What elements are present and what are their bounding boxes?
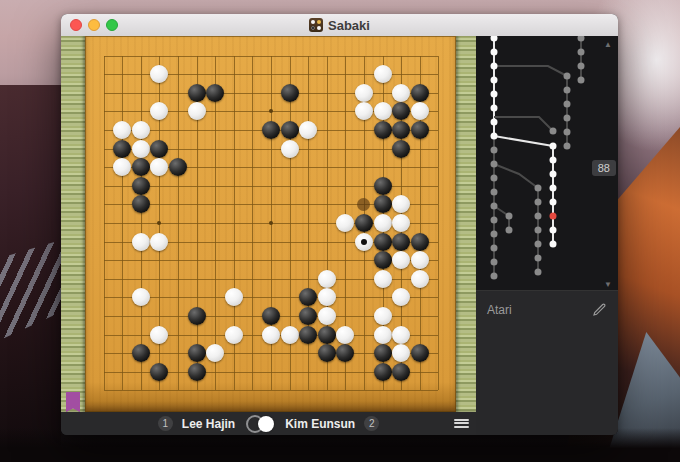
black-stone[interactable] bbox=[299, 288, 317, 306]
black-stone[interactable] bbox=[374, 363, 392, 381]
grid-line bbox=[438, 56, 439, 391]
tree-node[interactable] bbox=[535, 185, 542, 192]
white-stone[interactable] bbox=[188, 102, 206, 120]
black-stone[interactable] bbox=[132, 177, 150, 195]
tree-node[interactable] bbox=[578, 36, 585, 42]
white-stone[interactable] bbox=[132, 140, 150, 158]
tree-node[interactable] bbox=[491, 245, 498, 252]
white-stone[interactable] bbox=[392, 251, 410, 269]
black-stone[interactable] bbox=[355, 214, 373, 232]
white-captures-badge: 2 bbox=[364, 416, 379, 431]
black-stone[interactable] bbox=[113, 140, 131, 158]
black-stone[interactable] bbox=[374, 233, 392, 251]
white-stone[interactable] bbox=[392, 326, 410, 344]
black-stone[interactable] bbox=[281, 84, 299, 102]
white-stone[interactable] bbox=[318, 270, 336, 288]
white-stone[interactable] bbox=[132, 233, 150, 251]
black-stone[interactable] bbox=[281, 121, 299, 139]
zoom-button[interactable] bbox=[106, 19, 118, 31]
black-stone[interactable] bbox=[392, 140, 410, 158]
tree-node[interactable] bbox=[491, 161, 498, 168]
titlebar[interactable]: Sabaki bbox=[61, 14, 618, 37]
white-stone[interactable] bbox=[392, 84, 410, 102]
tree-edge bbox=[494, 117, 553, 131]
white-stone[interactable] bbox=[336, 214, 354, 232]
black-stone[interactable] bbox=[132, 195, 150, 213]
tree-node[interactable] bbox=[491, 231, 498, 238]
star-point bbox=[269, 221, 273, 225]
comment-panel[interactable]: Atari bbox=[476, 290, 618, 435]
white-stone[interactable] bbox=[132, 288, 150, 306]
white-stone[interactable] bbox=[411, 102, 429, 120]
white-stone[interactable] bbox=[336, 326, 354, 344]
board-mat-right bbox=[456, 36, 476, 412]
white-stone[interactable] bbox=[392, 214, 410, 232]
white-stone[interactable] bbox=[132, 121, 150, 139]
black-stone[interactable] bbox=[374, 251, 392, 269]
tree-node[interactable] bbox=[535, 241, 542, 248]
sidebar: ▲ ▼ 88 Atari bbox=[476, 36, 618, 435]
tree-node[interactable] bbox=[564, 101, 571, 108]
tree-node[interactable] bbox=[491, 91, 498, 98]
white-stone[interactable] bbox=[355, 102, 373, 120]
black-stone[interactable] bbox=[188, 307, 206, 325]
board-mat-left bbox=[61, 36, 85, 412]
white-stone[interactable] bbox=[113, 121, 131, 139]
black-stone[interactable] bbox=[132, 158, 150, 176]
tree-node[interactable] bbox=[506, 213, 513, 220]
white-stone[interactable] bbox=[318, 307, 336, 325]
black-stone[interactable] bbox=[150, 363, 168, 381]
tree-node[interactable] bbox=[491, 36, 498, 42]
black-stone[interactable] bbox=[374, 195, 392, 213]
tree-node[interactable] bbox=[578, 63, 585, 70]
star-point bbox=[269, 109, 273, 113]
tree-edge bbox=[494, 164, 538, 188]
tree-node[interactable] bbox=[550, 157, 557, 164]
black-captures-badge: 1 bbox=[158, 416, 173, 431]
white-stone[interactable] bbox=[392, 344, 410, 362]
sabaki-app-icon bbox=[309, 18, 323, 32]
white-stone[interactable] bbox=[150, 65, 168, 83]
tree-node[interactable] bbox=[564, 73, 571, 80]
white-stone[interactable] bbox=[150, 233, 168, 251]
white-stone[interactable] bbox=[150, 326, 168, 344]
star-point bbox=[157, 221, 161, 225]
white-stone[interactable] bbox=[374, 65, 392, 83]
tree-node[interactable] bbox=[491, 217, 498, 224]
white-stone[interactable] bbox=[206, 344, 224, 362]
white-stone[interactable] bbox=[374, 307, 392, 325]
black-stone[interactable] bbox=[392, 233, 410, 251]
black-stone[interactable] bbox=[299, 307, 317, 325]
black-stone[interactable] bbox=[169, 158, 187, 176]
black-stone[interactable] bbox=[411, 121, 429, 139]
minimize-button[interactable] bbox=[88, 19, 100, 31]
white-stone[interactable] bbox=[374, 102, 392, 120]
player-bar: 1 Lee Hajin Kim Eunsun 2 bbox=[61, 412, 476, 435]
white-stone[interactable] bbox=[318, 288, 336, 306]
tree-node[interactable] bbox=[491, 119, 498, 126]
white-stone[interactable] bbox=[411, 251, 429, 269]
tree-node[interactable] bbox=[491, 49, 498, 56]
tree-node[interactable] bbox=[550, 241, 557, 248]
black-stone[interactable] bbox=[411, 344, 429, 362]
black-stone[interactable] bbox=[262, 307, 280, 325]
tree-edge bbox=[494, 66, 567, 76]
black-stone[interactable] bbox=[188, 84, 206, 102]
black-stone[interactable] bbox=[411, 84, 429, 102]
black-stone[interactable] bbox=[392, 363, 410, 381]
tree-node[interactable] bbox=[491, 105, 498, 112]
tree-node[interactable] bbox=[535, 255, 542, 262]
black-stone[interactable] bbox=[132, 344, 150, 362]
black-stone[interactable] bbox=[206, 84, 224, 102]
tree-node[interactable] bbox=[578, 49, 585, 56]
white-stone[interactable] bbox=[150, 158, 168, 176]
white-player-name: Kim Eunsun bbox=[285, 417, 355, 431]
tree-node[interactable] bbox=[550, 199, 557, 206]
black-stone[interactable] bbox=[374, 177, 392, 195]
tree-node[interactable] bbox=[535, 199, 542, 206]
tree-node[interactable] bbox=[550, 171, 557, 178]
white-stone[interactable] bbox=[113, 158, 131, 176]
tree-node[interactable] bbox=[491, 77, 498, 84]
white-stone[interactable] bbox=[392, 288, 410, 306]
white-stone[interactable] bbox=[262, 326, 280, 344]
traffic-lights bbox=[70, 19, 118, 31]
white-stone[interactable] bbox=[299, 121, 317, 139]
white-stone[interactable] bbox=[411, 270, 429, 288]
wallpaper-snow-left bbox=[0, 240, 61, 340]
black-stone[interactable] bbox=[392, 102, 410, 120]
white-stone[interactable] bbox=[374, 270, 392, 288]
black-stone[interactable] bbox=[374, 121, 392, 139]
tree-node[interactable] bbox=[491, 273, 498, 280]
tree-node[interactable] bbox=[550, 185, 557, 192]
tree-node[interactable] bbox=[535, 269, 542, 276]
white-stone[interactable] bbox=[355, 84, 373, 102]
black-stone[interactable] bbox=[411, 233, 429, 251]
tree-edge bbox=[494, 136, 553, 146]
white-turn-circle bbox=[258, 416, 274, 432]
white-stone[interactable] bbox=[281, 326, 299, 344]
bookmark-marker[interactable] bbox=[66, 392, 80, 412]
tree-node[interactable] bbox=[550, 128, 557, 135]
black-stone[interactable] bbox=[299, 326, 317, 344]
game-tree[interactable]: ▲ ▼ 88 bbox=[476, 36, 618, 290]
tree-current-node[interactable] bbox=[550, 213, 557, 220]
white-stone[interactable] bbox=[374, 326, 392, 344]
black-stone[interactable] bbox=[336, 344, 354, 362]
tree-node[interactable] bbox=[491, 189, 498, 196]
white-stone[interactable] bbox=[225, 288, 243, 306]
close-button[interactable] bbox=[70, 19, 82, 31]
scroll-up-icon[interactable]: ▲ bbox=[604, 40, 612, 49]
menu-icon[interactable] bbox=[454, 417, 469, 430]
tree-node[interactable] bbox=[564, 129, 571, 136]
black-player-name: Lee Hajin bbox=[182, 417, 235, 431]
tree-node[interactable] bbox=[491, 259, 498, 266]
tree-node[interactable] bbox=[491, 147, 498, 154]
black-stone[interactable] bbox=[262, 121, 280, 139]
white-stone[interactable] bbox=[150, 102, 168, 120]
black-stone[interactable] bbox=[188, 363, 206, 381]
white-stone[interactable] bbox=[281, 140, 299, 158]
black-stone[interactable] bbox=[374, 344, 392, 362]
tree-node[interactable] bbox=[550, 143, 557, 150]
grid-line bbox=[104, 390, 439, 391]
tree-node[interactable] bbox=[491, 133, 498, 140]
scroll-down-icon[interactable]: ▼ bbox=[604, 280, 612, 289]
window-title: Sabaki bbox=[309, 18, 370, 33]
move-number-badge: 88 bbox=[592, 160, 616, 176]
board-panel: 1 Lee Hajin Kim Eunsun 2 bbox=[61, 36, 476, 435]
black-stone[interactable] bbox=[318, 344, 336, 362]
tree-node[interactable] bbox=[535, 213, 542, 220]
sabaki-window: Sabaki 1 Lee Hajin Kim Eunsun 2 bbox=[61, 14, 618, 435]
wallpaper-mountain-left bbox=[0, 85, 61, 462]
last-move-marker bbox=[361, 239, 367, 245]
tree-node[interactable] bbox=[491, 203, 498, 210]
white-stone[interactable] bbox=[392, 195, 410, 213]
tree-node[interactable] bbox=[491, 175, 498, 182]
black-stone[interactable] bbox=[392, 121, 410, 139]
tree-node[interactable] bbox=[491, 63, 498, 70]
white-stone[interactable] bbox=[225, 326, 243, 344]
black-stone[interactable] bbox=[150, 140, 168, 158]
tree-node[interactable] bbox=[564, 115, 571, 122]
grid-line bbox=[104, 297, 439, 298]
black-stone[interactable] bbox=[318, 326, 336, 344]
go-board[interactable] bbox=[85, 36, 456, 412]
ghost-stone[interactable] bbox=[357, 198, 370, 211]
tree-node[interactable] bbox=[564, 143, 571, 150]
white-stone[interactable] bbox=[374, 214, 392, 232]
black-stone[interactable] bbox=[188, 344, 206, 362]
tree-node[interactable] bbox=[564, 87, 571, 94]
tree-node[interactable] bbox=[535, 227, 542, 234]
tree-node[interactable] bbox=[506, 227, 513, 234]
tree-node[interactable] bbox=[550, 227, 557, 234]
window-title-text: Sabaki bbox=[328, 18, 370, 33]
comment-text: Atari bbox=[487, 303, 512, 317]
turn-toggle[interactable] bbox=[246, 415, 274, 433]
tree-node[interactable] bbox=[578, 77, 585, 84]
edit-pencil-icon[interactable] bbox=[593, 303, 606, 316]
